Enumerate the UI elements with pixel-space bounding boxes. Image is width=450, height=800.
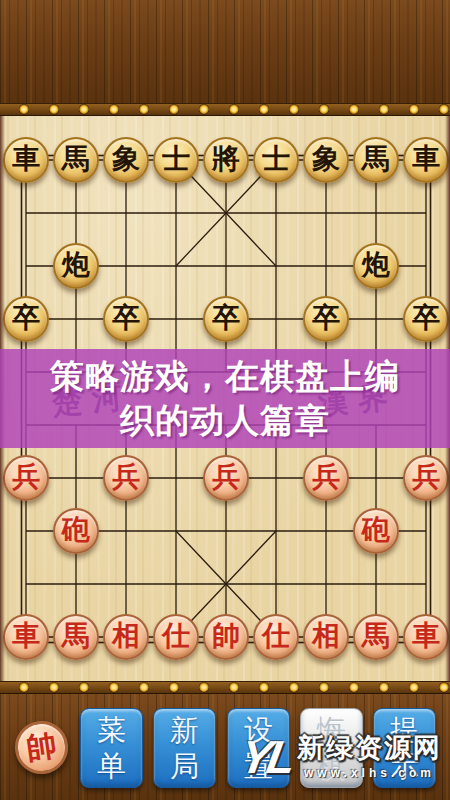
- piece-glyph: 兵: [212, 463, 240, 491]
- piece-相[interactable]: 相: [103, 614, 149, 660]
- piece-glyph: 仕: [262, 622, 290, 650]
- piece-glyph: 炮: [62, 251, 90, 279]
- piece-帥[interactable]: 帥: [203, 614, 249, 660]
- piece-炮[interactable]: 炮: [353, 243, 399, 289]
- piece-glyph: 兵: [412, 463, 440, 491]
- piece-glyph: 士: [262, 145, 290, 173]
- xiangqi-app: 楚河 漢界 車馬象士將士象馬車炮炮卒卒卒卒卒兵兵兵兵兵砲砲車馬相仕帥仕相馬車 策…: [0, 0, 450, 800]
- stud-rail-top: [0, 103, 450, 116]
- promo-banner: 策略游戏，在棋盘上编 织的动人篇章: [0, 349, 450, 448]
- piece-象[interactable]: 象: [303, 137, 349, 183]
- piece-glyph: 砲: [362, 516, 390, 544]
- piece-馬[interactable]: 馬: [53, 137, 99, 183]
- piece-glyph: 士: [162, 145, 190, 173]
- piece-glyph: 相: [112, 622, 140, 650]
- toolbar: 帥 菜单 新局 设置 悔棋 提示 YL 新绿资源网 www.xlhs.com: [0, 694, 450, 800]
- piece-卒[interactable]: 卒: [303, 296, 349, 342]
- piece-車[interactable]: 車: [403, 137, 449, 183]
- piece-glyph: 相: [312, 622, 340, 650]
- menu-button[interactable]: 菜单: [80, 708, 143, 788]
- new-game-button-label: 新局: [170, 712, 199, 784]
- piece-卒[interactable]: 卒: [103, 296, 149, 342]
- piece-士[interactable]: 士: [253, 137, 299, 183]
- piece-兵[interactable]: 兵: [403, 455, 449, 501]
- piece-glyph: 馬: [62, 622, 90, 650]
- watermark-site-url: www.xlhs.com: [304, 766, 435, 780]
- piece-glyph: 兵: [312, 463, 340, 491]
- piece-glyph: 卒: [212, 304, 240, 332]
- piece-仕[interactable]: 仕: [153, 614, 199, 660]
- piece-glyph: 象: [112, 145, 140, 173]
- piece-glyph: 車: [12, 622, 40, 650]
- piece-將[interactable]: 將: [203, 137, 249, 183]
- piece-卒[interactable]: 卒: [203, 296, 249, 342]
- piece-馬[interactable]: 馬: [353, 137, 399, 183]
- piece-砲[interactable]: 砲: [353, 508, 399, 554]
- piece-兵[interactable]: 兵: [303, 455, 349, 501]
- piece-glyph: 炮: [362, 251, 390, 279]
- piece-馬[interactable]: 馬: [353, 614, 399, 660]
- piece-glyph: 馬: [62, 145, 90, 173]
- stud-rail-bottom: [0, 681, 450, 694]
- banner-line-2: 织的动人篇章: [120, 400, 330, 441]
- banner-line-1: 策略游戏，在棋盘上编: [50, 356, 400, 397]
- new-game-button[interactable]: 新局: [153, 708, 216, 788]
- piece-glyph: 帥: [212, 622, 240, 650]
- piece-glyph: 仕: [162, 622, 190, 650]
- piece-砲[interactable]: 砲: [53, 508, 99, 554]
- watermark: YL 新绿资源网 www.xlhs.com: [241, 734, 442, 780]
- piece-glyph: 兵: [112, 463, 140, 491]
- piece-車[interactable]: 車: [3, 614, 49, 660]
- watermark-logo: YL: [237, 734, 296, 780]
- piece-glyph: 車: [412, 145, 440, 173]
- piece-仕[interactable]: 仕: [253, 614, 299, 660]
- piece-相[interactable]: 相: [303, 614, 349, 660]
- piece-glyph: 將: [212, 145, 240, 173]
- piece-兵[interactable]: 兵: [103, 455, 149, 501]
- piece-glyph: 車: [412, 622, 440, 650]
- watermark-site-name: 新绿资源网: [297, 734, 442, 764]
- piece-兵[interactable]: 兵: [3, 455, 49, 501]
- red-general-icon: 帥: [12, 718, 72, 778]
- piece-glyph: 卒: [312, 304, 340, 332]
- piece-車[interactable]: 車: [403, 614, 449, 660]
- piece-glyph: 兵: [12, 463, 40, 491]
- piece-車[interactable]: 車: [3, 137, 49, 183]
- piece-glyph: 砲: [62, 516, 90, 544]
- wood-frame-top: [0, 0, 450, 103]
- red-general-glyph: 帥: [24, 725, 59, 770]
- piece-馬[interactable]: 馬: [53, 614, 99, 660]
- piece-卒[interactable]: 卒: [403, 296, 449, 342]
- piece-glyph: 象: [312, 145, 340, 173]
- piece-glyph: 車: [12, 145, 40, 173]
- piece-glyph: 馬: [362, 622, 390, 650]
- piece-glyph: 卒: [12, 304, 40, 332]
- piece-glyph: 馬: [362, 145, 390, 173]
- piece-炮[interactable]: 炮: [53, 243, 99, 289]
- piece-卒[interactable]: 卒: [3, 296, 49, 342]
- piece-士[interactable]: 士: [153, 137, 199, 183]
- piece-兵[interactable]: 兵: [203, 455, 249, 501]
- piece-glyph: 卒: [412, 304, 440, 332]
- menu-button-label: 菜单: [97, 712, 126, 784]
- piece-glyph: 卒: [112, 304, 140, 332]
- piece-象[interactable]: 象: [103, 137, 149, 183]
